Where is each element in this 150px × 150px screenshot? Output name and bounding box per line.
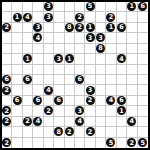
- board-cell-r4c3[interactable]: [23, 33, 33, 43]
- board-cell-r3c9[interactable]: 1: [85, 23, 95, 33]
- board-cell-r14c10[interactable]: [96, 138, 106, 148]
- board-cell-r5c1[interactable]: [2, 44, 12, 54]
- board-cell-r10c9[interactable]: 2: [85, 96, 95, 106]
- clue-circle: 6: [117, 96, 126, 105]
- board-cell-r3c10[interactable]: [96, 23, 106, 33]
- clue-circle: 2: [2, 106, 11, 115]
- board-cell-r12c8[interactable]: 4: [75, 117, 85, 127]
- board-cell-r12c2[interactable]: [12, 117, 22, 127]
- board-cell-r9c12[interactable]: [117, 85, 127, 95]
- board-cell-r13c11[interactable]: [106, 127, 116, 137]
- clue-circle: 8: [54, 127, 63, 136]
- board-cell-r9c10[interactable]: [96, 85, 106, 95]
- board-cell-r13c2[interactable]: [12, 127, 22, 137]
- board-cell-r10c2[interactable]: 6: [12, 96, 22, 106]
- board-cell-r14c13[interactable]: 2: [127, 138, 137, 148]
- board-cell-r9c5[interactable]: 4: [44, 85, 54, 95]
- board-cell-r6c14[interactable]: [138, 54, 148, 64]
- board-cell-r8c12[interactable]: [117, 75, 127, 85]
- board-cell-r1c11[interactable]: [106, 2, 116, 12]
- board-cell-r6c8[interactable]: [75, 54, 85, 64]
- board-cell-r3c3[interactable]: [23, 23, 33, 33]
- board-cell-r5c12[interactable]: [117, 44, 127, 54]
- board-cell-r8c2[interactable]: [12, 75, 22, 85]
- board-cell-r7c9[interactable]: [85, 65, 95, 75]
- clue-circle: 3: [96, 33, 105, 42]
- clue-circle: 6: [23, 75, 32, 84]
- clue-circle: 6: [33, 96, 42, 105]
- board-cell-r3c4[interactable]: 3: [33, 23, 43, 33]
- clue-circle: 3: [86, 33, 95, 42]
- board-cell-r7c8[interactable]: [75, 65, 85, 75]
- board-cell-r3c6[interactable]: [54, 23, 64, 33]
- board-cell-r9c9[interactable]: 3: [85, 85, 95, 95]
- board-cell-r11c6[interactable]: [54, 106, 64, 116]
- clue-circle: 4: [127, 117, 136, 126]
- board-cell-r6c7[interactable]: 1: [65, 54, 75, 64]
- clue-circle: 4: [23, 13, 32, 22]
- board-cell-r4c9[interactable]: 3: [85, 33, 95, 43]
- board-cell-r5c7[interactable]: [65, 44, 75, 54]
- board-cell-r1c3[interactable]: [23, 2, 33, 12]
- board-cell-r6c6[interactable]: 3: [54, 54, 64, 64]
- board-cell-r7c5[interactable]: [44, 65, 54, 75]
- board-cell-r13c1[interactable]: [2, 127, 12, 137]
- clue-circle: 2: [2, 86, 11, 95]
- clue-circle: 2: [86, 96, 95, 105]
- board-cell-r5c8[interactable]: [75, 44, 85, 54]
- board-cell-r7c4[interactable]: [33, 65, 43, 75]
- board-cell-r3c2[interactable]: [12, 23, 22, 33]
- board-cell-r1c14[interactable]: 6: [138, 2, 148, 12]
- board-cell-r2c1[interactable]: [2, 12, 12, 22]
- board-cell-r13c12[interactable]: [117, 127, 127, 137]
- puzzle-screenshot: 3516143222382116433813146662436662462231…: [0, 0, 150, 150]
- clue-circle: 8: [65, 23, 74, 32]
- board-cell-r7c11[interactable]: [106, 65, 116, 75]
- board-cell-r6c11[interactable]: [106, 54, 116, 64]
- board-cell-r8c10[interactable]: [96, 75, 106, 85]
- board-cell-r9c6[interactable]: [54, 85, 64, 95]
- board-cell-r6c13[interactable]: [127, 54, 137, 64]
- board-cell-r5c9[interactable]: [85, 44, 95, 54]
- board-cell-r1c10[interactable]: [96, 2, 106, 12]
- board-cell-r4c4[interactable]: 4: [33, 33, 43, 43]
- board-cell-r6c9[interactable]: [85, 54, 95, 64]
- board-cell-r8c1[interactable]: 6: [2, 75, 12, 85]
- clue-circle: 6: [2, 75, 11, 84]
- board-cell-r8c7[interactable]: [65, 75, 75, 85]
- board-cell-r9c8[interactable]: [75, 85, 85, 95]
- board-cell-r13c7[interactable]: 2: [65, 127, 75, 137]
- board-cell-r14c4[interactable]: [33, 138, 43, 148]
- board-cell-r11c8[interactable]: 3: [75, 106, 85, 116]
- clue-circle: 4: [75, 117, 84, 126]
- board-cell-r13c13[interactable]: [127, 127, 137, 137]
- board-cell-r11c2[interactable]: [12, 106, 22, 116]
- board-cell-r1c1[interactable]: [2, 2, 12, 12]
- board-cell-r7c12[interactable]: [117, 65, 127, 75]
- board-cell-r8c11[interactable]: [106, 75, 116, 85]
- board-cell-r13c8[interactable]: [75, 127, 85, 137]
- board-cell-r2c13[interactable]: [127, 12, 137, 22]
- board-cell-r7c2[interactable]: [12, 65, 22, 75]
- board-cell-r1c12[interactable]: [117, 2, 127, 12]
- board-cell-r11c3[interactable]: [23, 106, 33, 116]
- board-cell-r4c11[interactable]: [106, 33, 116, 43]
- board-cell-r10c12[interactable]: 6: [117, 96, 127, 106]
- board-cell-r7c10[interactable]: [96, 65, 106, 75]
- clue-circle: 4: [33, 33, 42, 42]
- board-cell-r8c3[interactable]: 6: [23, 75, 33, 85]
- board-cell-r10c14[interactable]: [138, 96, 148, 106]
- board-cell-r7c14[interactable]: [138, 65, 148, 75]
- board-cell-r9c13[interactable]: [127, 85, 137, 95]
- board-cell-r3c13[interactable]: [127, 23, 137, 33]
- board-cell-r9c4[interactable]: [33, 85, 43, 95]
- board-cell-r4c5[interactable]: [44, 33, 54, 43]
- board-cell-r5c6[interactable]: [54, 44, 64, 54]
- board-cell-r12c6[interactable]: [54, 117, 64, 127]
- board-cell-r10c10[interactable]: [96, 96, 106, 106]
- board-cell-r6c3[interactable]: 1: [23, 54, 33, 64]
- board-cell-r4c6[interactable]: [54, 33, 64, 43]
- board-cell-r13c10[interactable]: [96, 127, 106, 137]
- clue-circle: 3: [44, 2, 53, 11]
- board-cell-r3c1[interactable]: 2: [2, 23, 12, 33]
- clue-circle: 5: [106, 138, 115, 147]
- board-cell-r2c6[interactable]: [54, 12, 64, 22]
- clue-circle: 3: [86, 86, 95, 95]
- board-cell-r9c14[interactable]: [138, 85, 148, 95]
- board-cell-r14c7[interactable]: [65, 138, 75, 148]
- board-cell-r14c2[interactable]: [12, 138, 22, 148]
- board-cell-r2c4[interactable]: [33, 12, 43, 22]
- clue-circle: 3: [33, 23, 42, 32]
- board-cell-r10c5[interactable]: [44, 96, 54, 106]
- board-cell-r8c6[interactable]: [54, 75, 64, 85]
- board-cell-r5c13[interactable]: [127, 44, 137, 54]
- clue-circle: 2: [86, 127, 95, 136]
- clue-circle: 5: [138, 138, 147, 147]
- board-cell-r5c4[interactable]: [33, 44, 43, 54]
- board-cell-r12c14[interactable]: [138, 117, 148, 127]
- board-cell-r11c1[interactable]: 2: [2, 106, 12, 116]
- board-cell-r1c5[interactable]: 3: [44, 2, 54, 12]
- board-cell-r12c11[interactable]: [106, 117, 116, 127]
- clue-circle: 2: [65, 127, 74, 136]
- clue-circle: 4: [106, 96, 115, 105]
- board-cell-r10c3[interactable]: [23, 96, 33, 106]
- board-cell-r8c8[interactable]: 6: [75, 75, 85, 85]
- board-cell-r10c4[interactable]: 6: [33, 96, 43, 106]
- board-cell-r2c3[interactable]: 4: [23, 12, 33, 22]
- board-cell-r11c9[interactable]: [85, 106, 95, 116]
- board-cell-r7c1[interactable]: [2, 65, 12, 75]
- clue-circle: 3: [44, 13, 53, 22]
- board-cell-r10c7[interactable]: [65, 96, 75, 106]
- board-cell-r6c4[interactable]: [33, 54, 43, 64]
- board-cell-r3c11[interactable]: 1: [106, 23, 116, 33]
- board-cell-r13c14[interactable]: [138, 127, 148, 137]
- board-cell-r4c7[interactable]: [65, 33, 75, 43]
- board-cell-r6c12[interactable]: 4: [117, 54, 127, 64]
- board-cell-r4c12[interactable]: [117, 33, 127, 43]
- clue-circle: 2: [127, 138, 136, 147]
- board-cell-r11c14[interactable]: [138, 106, 148, 116]
- board-cell-r11c11[interactable]: [106, 106, 116, 116]
- board-cell-r4c1[interactable]: [2, 33, 12, 43]
- board-cell-r12c5[interactable]: [44, 117, 54, 127]
- clue-circle: 2: [106, 13, 115, 22]
- board-cell-r10c11[interactable]: 4: [106, 96, 116, 106]
- board-cell-r2c2[interactable]: 1: [12, 12, 22, 22]
- board-cell-r3c8[interactable]: 2: [75, 23, 85, 33]
- board-cell-r11c7[interactable]: [65, 106, 75, 116]
- board-cell-r11c10[interactable]: [96, 106, 106, 116]
- clue-circle: 1: [23, 54, 32, 63]
- clue-circle: 8: [96, 44, 105, 53]
- clue-circle: 2: [23, 117, 32, 126]
- board-cell-r4c2[interactable]: [12, 33, 22, 43]
- board-cell-r1c7[interactable]: [65, 2, 75, 12]
- board-cell-r10c6[interactable]: 6: [54, 96, 64, 106]
- board-cell-r7c13[interactable]: [127, 65, 137, 75]
- board-cell-r13c3[interactable]: [23, 127, 33, 137]
- board-cell-r12c13[interactable]: 4: [127, 117, 137, 127]
- board-cell-r12c7[interactable]: [65, 117, 75, 127]
- board-cell-r5c2[interactable]: [12, 44, 22, 54]
- board-cell-r8c5[interactable]: [44, 75, 54, 85]
- clue-circle: 5: [86, 2, 95, 11]
- clue-circle: 1: [65, 54, 74, 63]
- clue-circle: 1: [127, 2, 136, 11]
- clue-circle: 2: [44, 106, 53, 115]
- clue-circle: 6: [13, 96, 22, 105]
- board-cell-r5c14[interactable]: [138, 44, 148, 54]
- board-cell-r14c11[interactable]: 5: [106, 138, 116, 148]
- board-cell-r12c3[interactable]: 2: [23, 117, 33, 127]
- board-cell-r12c1[interactable]: 2: [2, 117, 12, 127]
- board-cell-r1c13[interactable]: 1: [127, 2, 137, 12]
- board-cell-r14c12[interactable]: [117, 138, 127, 148]
- puzzle-board: 3516143222382116433813146662436662462231…: [0, 0, 150, 150]
- board-cell-r14c6[interactable]: [54, 138, 64, 148]
- clue-circle: 1: [106, 23, 115, 32]
- board-cell-r9c11[interactable]: [106, 85, 116, 95]
- board-cell-r9c2[interactable]: [12, 85, 22, 95]
- board-cell-r2c12[interactable]: [117, 12, 127, 22]
- clue-circle: 2: [2, 138, 11, 147]
- board-cell-r10c1[interactable]: [2, 96, 12, 106]
- board-cell-r2c9[interactable]: [85, 12, 95, 22]
- clue-circle: 6: [138, 2, 147, 11]
- board-cell-r2c14[interactable]: [138, 12, 148, 22]
- board-cell-r1c2[interactable]: [12, 2, 22, 12]
- board-cell-r10c13[interactable]: [127, 96, 137, 106]
- clue-circle: 1: [117, 106, 126, 115]
- board-cell-r12c9[interactable]: [85, 117, 95, 127]
- board-cell-r2c7[interactable]: [65, 12, 75, 22]
- board-cell-r11c5[interactable]: 2: [44, 106, 54, 116]
- board-cell-r5c3[interactable]: [23, 44, 33, 54]
- board-cell-r1c8[interactable]: [75, 2, 85, 12]
- board-cell-r9c1[interactable]: 2: [2, 85, 12, 95]
- board-cell-r5c11[interactable]: [106, 44, 116, 54]
- board-cell-r7c7[interactable]: [65, 65, 75, 75]
- clue-circle: 6: [117, 23, 126, 32]
- board-cell-r6c2[interactable]: [12, 54, 22, 64]
- board-cell-r3c7[interactable]: 8: [65, 23, 75, 33]
- board-cell-r2c10[interactable]: [96, 12, 106, 22]
- clue-circle: 1: [13, 13, 22, 22]
- board-cell-r2c8[interactable]: 2: [75, 12, 85, 22]
- clue-circle: 3: [75, 106, 84, 115]
- board-cell-r14c9[interactable]: [85, 138, 95, 148]
- board-cell-r1c4[interactable]: [33, 2, 43, 12]
- board-cell-r3c12[interactable]: 6: [117, 23, 127, 33]
- board-cell-r6c5[interactable]: [44, 54, 54, 64]
- board-cell-r6c10[interactable]: [96, 54, 106, 64]
- clue-circle: 3: [54, 54, 63, 63]
- board-cell-r13c5[interactable]: [44, 127, 54, 137]
- board-cell-r14c8[interactable]: [75, 138, 85, 148]
- board-cell-r6c1[interactable]: [2, 54, 12, 64]
- board-cell-r14c1[interactable]: 2: [2, 138, 12, 148]
- board-cell-r8c13[interactable]: [127, 75, 137, 85]
- board-cell-r12c10[interactable]: [96, 117, 106, 127]
- board-cell-r4c14[interactable]: [138, 33, 148, 43]
- board-cell-r9c7[interactable]: [65, 85, 75, 95]
- board-cell-r14c3[interactable]: [23, 138, 33, 148]
- clue-circle: 4: [44, 86, 53, 95]
- clue-circle: 2: [2, 23, 11, 32]
- board-cell-r14c14[interactable]: 5: [138, 138, 148, 148]
- board-cell-r4c13[interactable]: [127, 33, 137, 43]
- board-cell-r8c4[interactable]: [33, 75, 43, 85]
- clue-circle: 1: [86, 23, 95, 32]
- board-cell-r5c5[interactable]: [44, 44, 54, 54]
- board-cell-r4c10[interactable]: 3: [96, 33, 106, 43]
- board-cell-r14c5[interactable]: [44, 138, 54, 148]
- clue-circle: 4: [33, 117, 42, 126]
- board-cell-r13c4[interactable]: [33, 127, 43, 137]
- board-cell-r11c12[interactable]: 1: [117, 106, 127, 116]
- clue-circle: 4: [117, 54, 126, 63]
- clue-circle: 6: [75, 75, 84, 84]
- board-cell-r11c13[interactable]: [127, 106, 137, 116]
- board-cell-r2c11[interactable]: 2: [106, 12, 116, 22]
- clue-circle: 6: [54, 96, 63, 105]
- board-cell-r8c14[interactable]: [138, 75, 148, 85]
- clue-circle: 2: [75, 13, 84, 22]
- board-cell-r2c5[interactable]: 3: [44, 12, 54, 22]
- board-cell-r7c3[interactable]: [23, 65, 33, 75]
- board-cell-r3c14[interactable]: [138, 23, 148, 33]
- board-cell-r5c10[interactable]: 8: [96, 44, 106, 54]
- board-cell-r11c4[interactable]: [33, 106, 43, 116]
- board-cell-r9c3[interactable]: [23, 85, 33, 95]
- board-cell-r12c4[interactable]: 4: [33, 117, 43, 127]
- board-cell-r3c5[interactable]: [44, 23, 54, 33]
- clue-circle: 2: [75, 23, 84, 32]
- board-cell-r12c12[interactable]: [117, 117, 127, 127]
- board-cell-r8c9[interactable]: [85, 75, 95, 85]
- board-cell-r13c6[interactable]: 8: [54, 127, 64, 137]
- board-cell-r13c9[interactable]: 2: [85, 127, 95, 137]
- board-cell-r10c8[interactable]: [75, 96, 85, 106]
- clue-circle: 2: [2, 117, 11, 126]
- board-cell-r1c6[interactable]: [54, 2, 64, 12]
- board-cell-r7c6[interactable]: [54, 65, 64, 75]
- board-cell-r1c9[interactable]: 5: [85, 2, 95, 12]
- board-cell-r4c8[interactable]: [75, 33, 85, 43]
